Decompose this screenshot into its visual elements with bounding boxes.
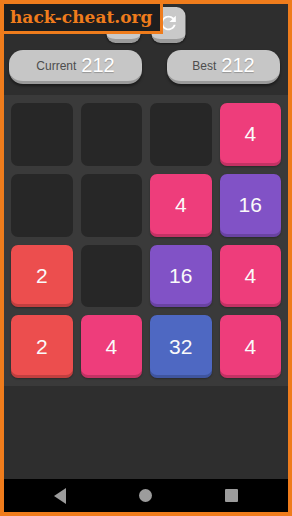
tile-r3c3-16: 16	[150, 245, 212, 308]
tile-r2c4-16: 16	[220, 174, 282, 237]
board[interactable]: 4416216424324	[4, 95, 288, 386]
cell-r3c2-empty	[81, 245, 143, 308]
current-score: Current 212	[9, 50, 142, 84]
current-score-value: 212	[81, 54, 114, 77]
tile-r1c4-4: 4	[220, 103, 282, 166]
current-score-label: Current	[36, 59, 76, 73]
tile-r2c3-4: 4	[150, 174, 212, 237]
best-score-value: 212	[221, 54, 254, 77]
back-icon[interactable]	[54, 488, 66, 504]
cell-r1c3-empty	[150, 103, 212, 166]
tile-r3c1-2: 2	[11, 245, 73, 308]
watermark: hack-cheat.org	[4, 4, 163, 34]
best-score: Best 212	[167, 50, 280, 84]
app-screen: hack-cheat.org Current 212 Best 212 4416…	[0, 0, 292, 516]
home-icon[interactable]	[139, 489, 152, 502]
tile-r3c4-4: 4	[220, 245, 282, 308]
recents-icon[interactable]	[225, 489, 238, 502]
best-score-label: Best	[192, 59, 216, 73]
cell-r2c1-empty	[11, 174, 73, 237]
tile-r4c4-4: 4	[220, 315, 282, 378]
tile-r4c3-32: 32	[150, 315, 212, 378]
tile-r4c1-2: 2	[11, 315, 73, 378]
tile-r4c2-4: 4	[81, 315, 143, 378]
cell-r2c2-empty	[81, 174, 143, 237]
android-nav-bar	[4, 479, 288, 512]
cell-r1c2-empty	[81, 103, 143, 166]
cell-r1c1-empty	[11, 103, 73, 166]
